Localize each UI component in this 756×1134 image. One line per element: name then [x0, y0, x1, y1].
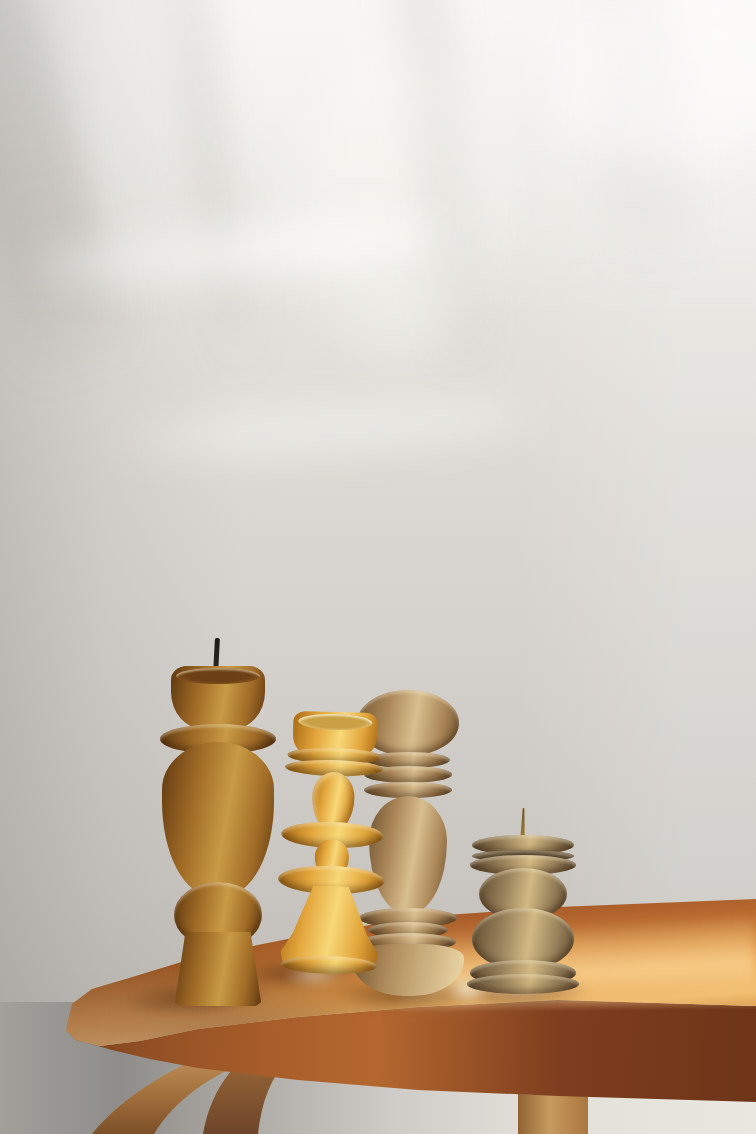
candlestick-1-vase-body: [162, 742, 274, 896]
candlestick-2: [274, 711, 389, 992]
candlestick-4: [466, 808, 580, 1002]
right-leg: [518, 1094, 588, 1134]
candlestick-1-foot: [174, 932, 262, 1006]
candlestick-1-cup-opening: [176, 668, 260, 684]
candlestick-2-flared-foot: [280, 885, 380, 966]
candlestick-1: [158, 638, 278, 1006]
candlestick-4-base-disc: [467, 974, 579, 994]
still-life-photo: [0, 0, 756, 1134]
